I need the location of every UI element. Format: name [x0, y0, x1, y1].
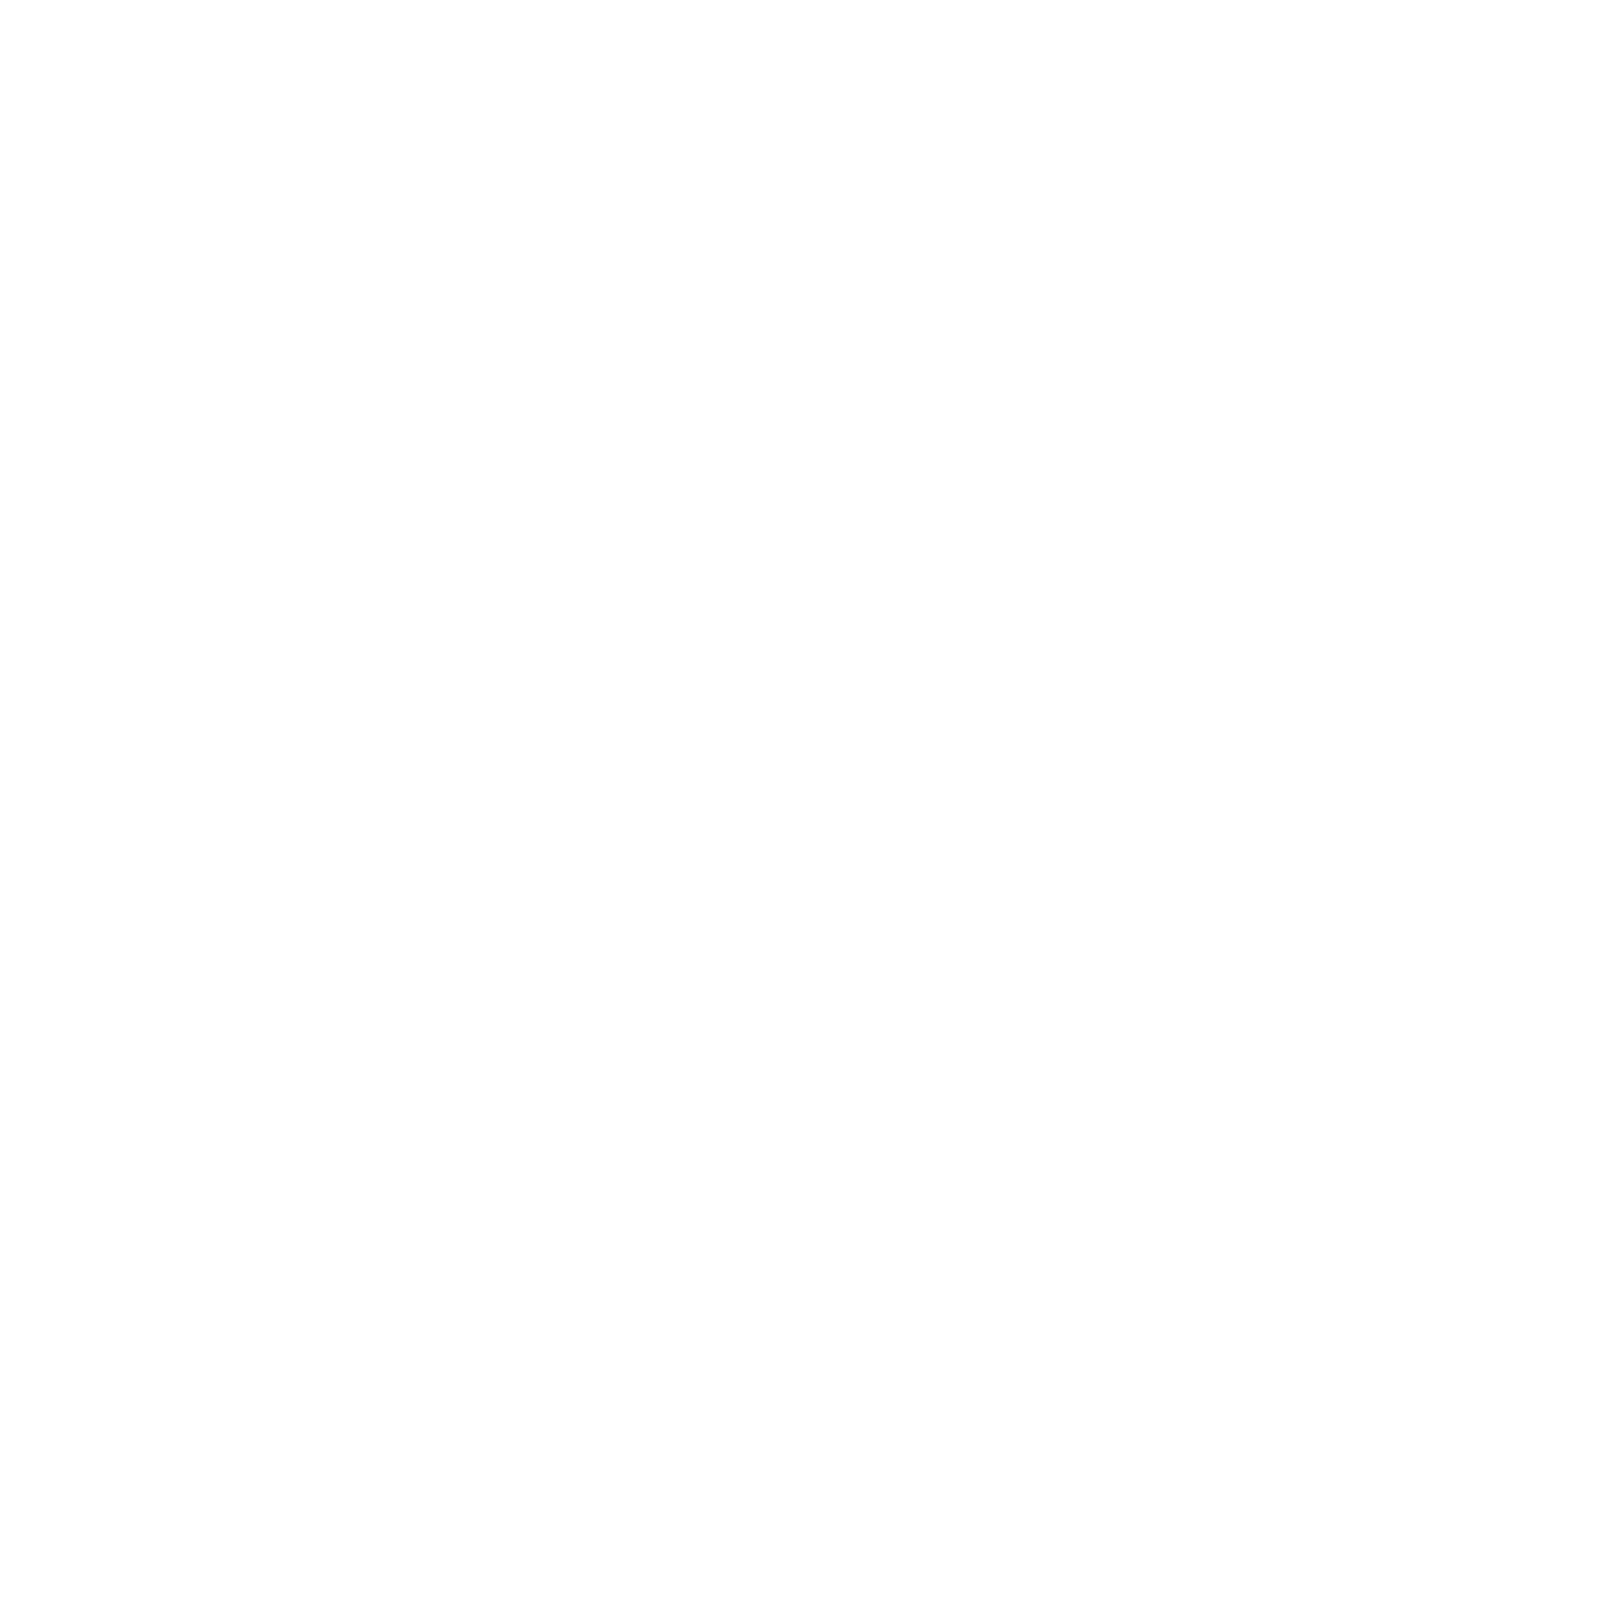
board-photo-svg [0, 0, 1600, 1600]
scene [0, 0, 1600, 1600]
